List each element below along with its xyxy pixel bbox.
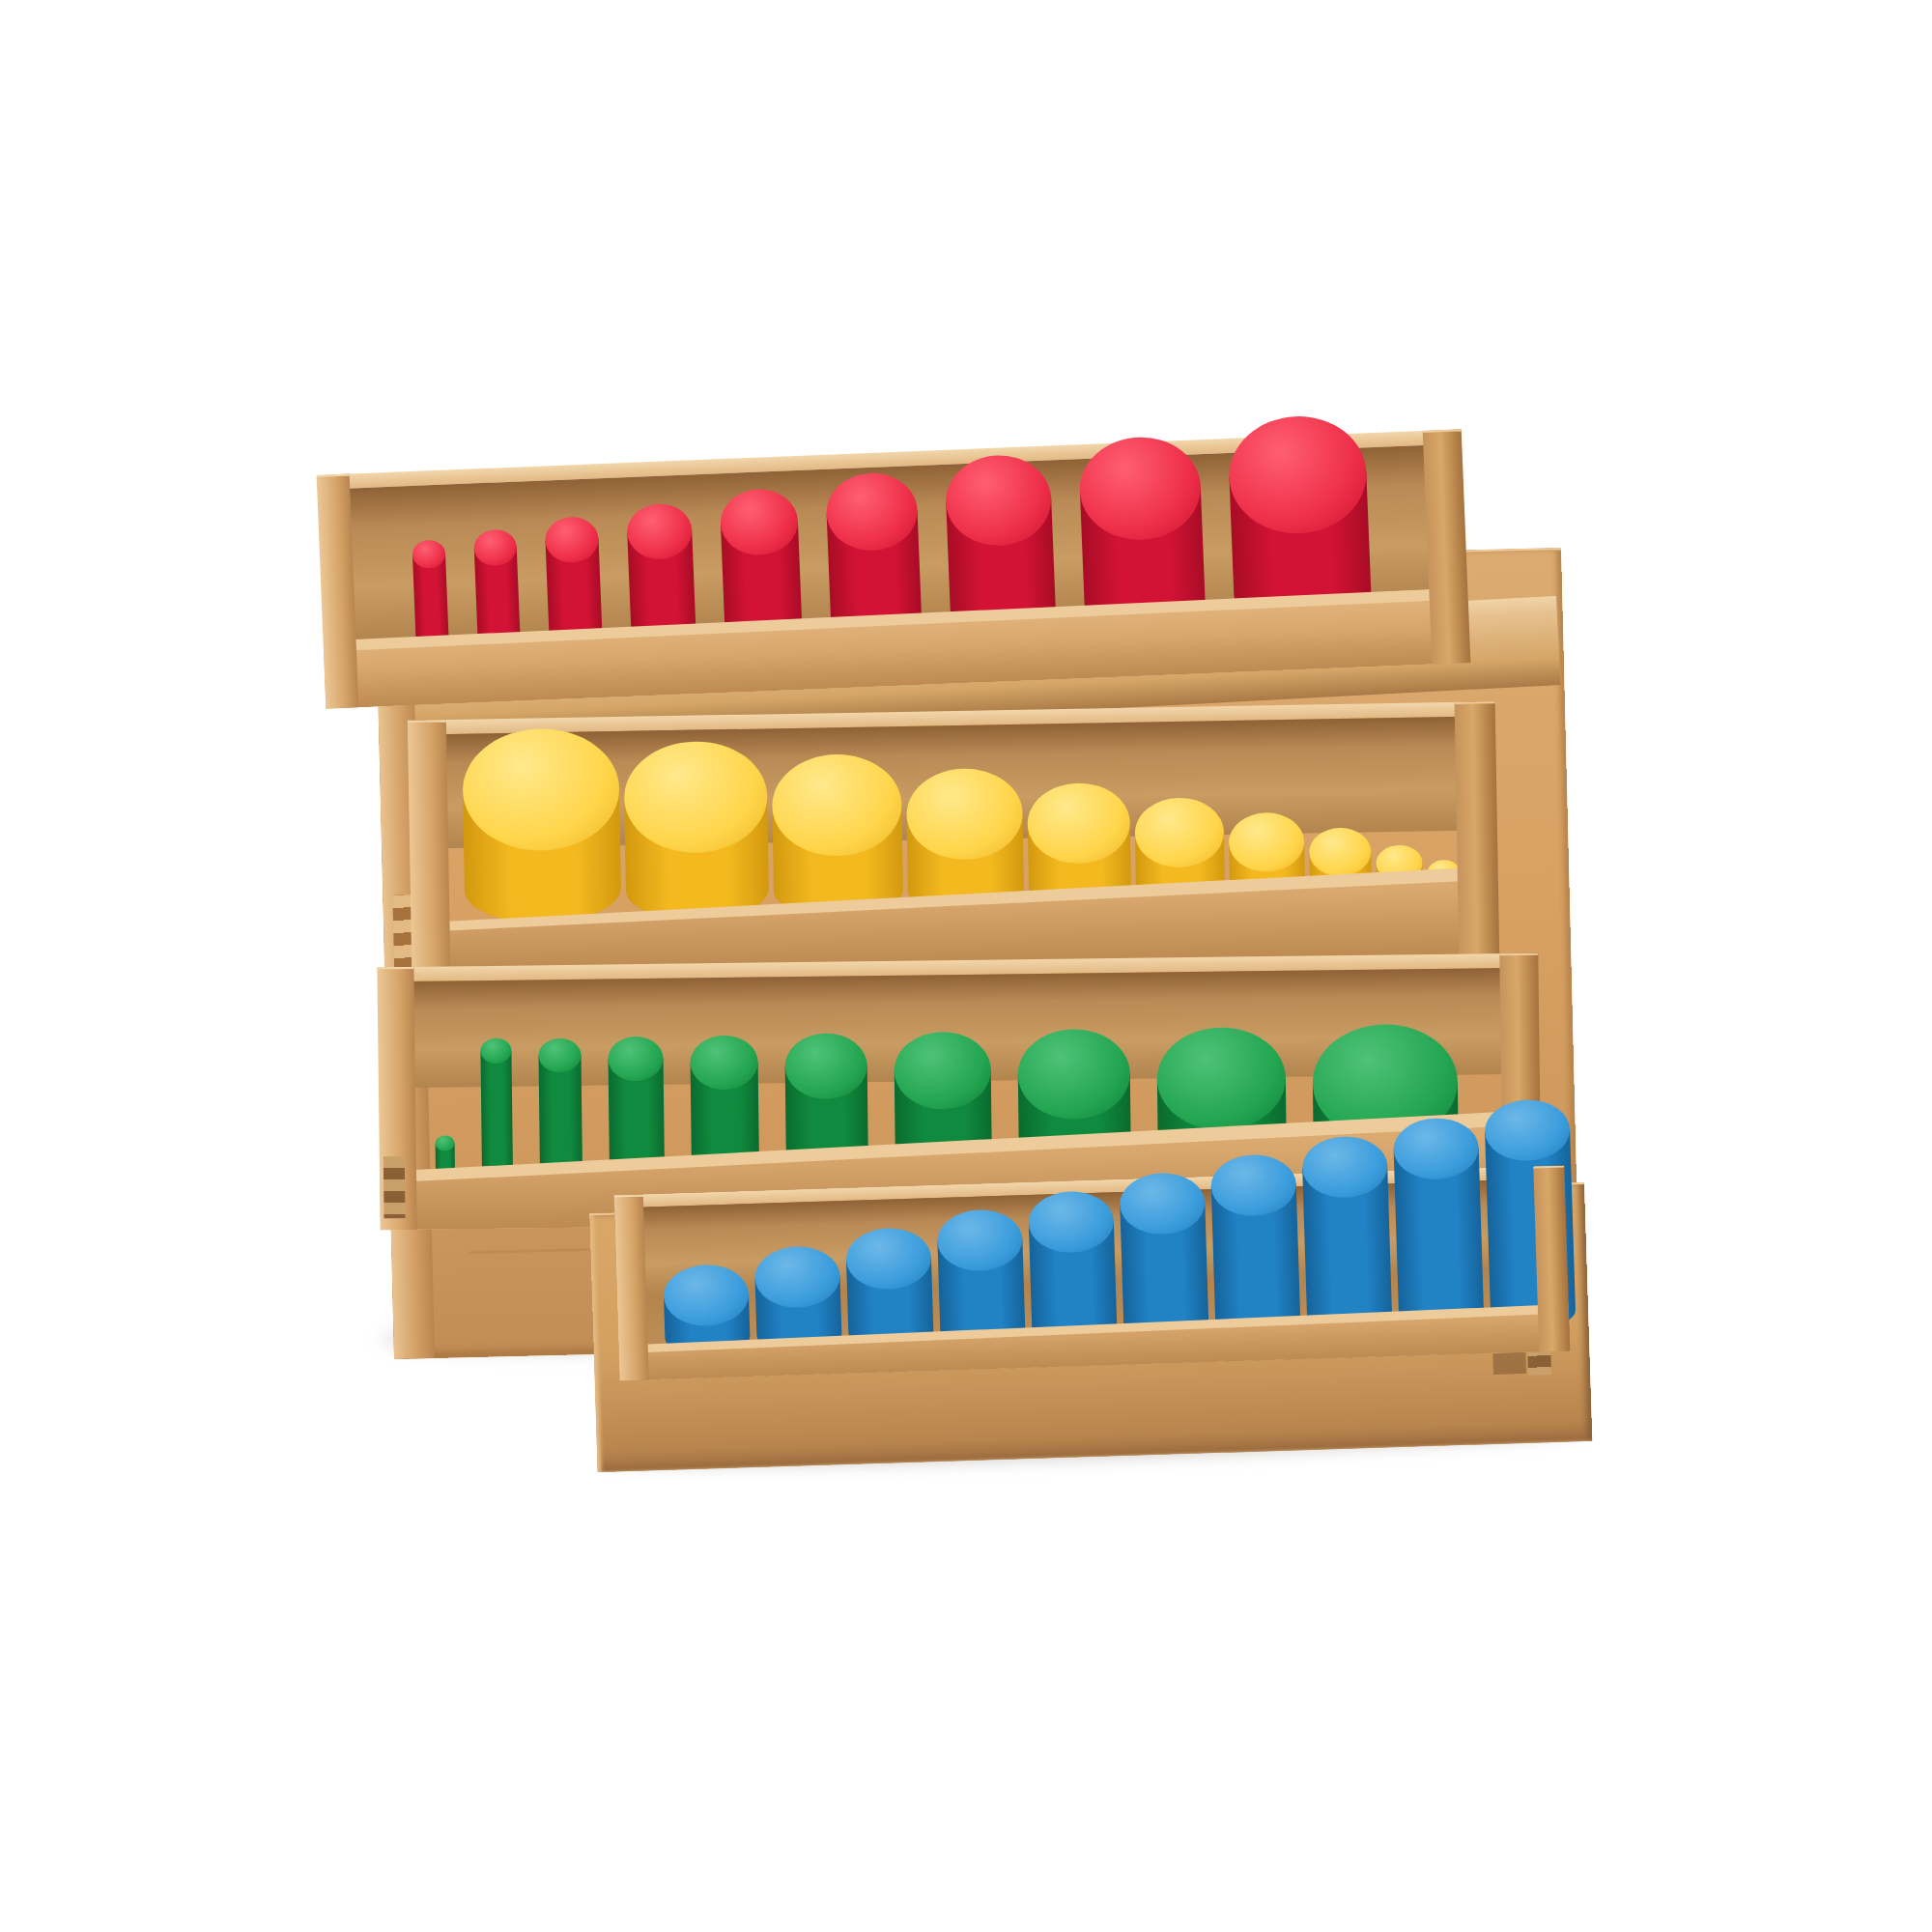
yellow-cylinder-tray — [408, 701, 1499, 974]
finger-joints-green-left — [384, 1156, 406, 1218]
red-cylinder-tray — [317, 429, 1471, 708]
scene-montessori-cylinder-boxes — [0, 0, 1932, 1932]
green-cylinder-3 — [538, 1038, 582, 1175]
blue-cylinder-9 — [1393, 1117, 1485, 1333]
yellow-cylinder-1 — [462, 727, 621, 924]
green-cylinder-2 — [480, 1038, 513, 1175]
red-tray-right-cap — [1423, 429, 1471, 664]
blue-inner-tray — [614, 1166, 1571, 1381]
blue-tray-left-cap — [614, 1194, 649, 1380]
blue-cylinder-unit — [589, 1165, 1592, 1472]
blue-cylinder-7 — [1210, 1153, 1301, 1339]
yellow-cylinder-3 — [771, 753, 903, 919]
blue-tray-right-cap — [1533, 1166, 1570, 1352]
yellow-tray-left-cap — [408, 720, 451, 974]
blue-cylinder-4 — [936, 1208, 1025, 1348]
yellow-cylinder-2 — [623, 740, 769, 922]
blue-cylinder-5 — [1028, 1190, 1118, 1345]
blue-cylinder-6 — [1119, 1172, 1208, 1342]
green-cylinder-2-side — [480, 1051, 513, 1175]
green-cylinder-3-side — [539, 1055, 582, 1175]
blue-cylinder-8 — [1301, 1135, 1392, 1336]
yellow-tray-right-cap — [1455, 701, 1500, 955]
green-cylinder-4 — [608, 1037, 665, 1174]
blue-cylinder-3 — [845, 1227, 934, 1350]
